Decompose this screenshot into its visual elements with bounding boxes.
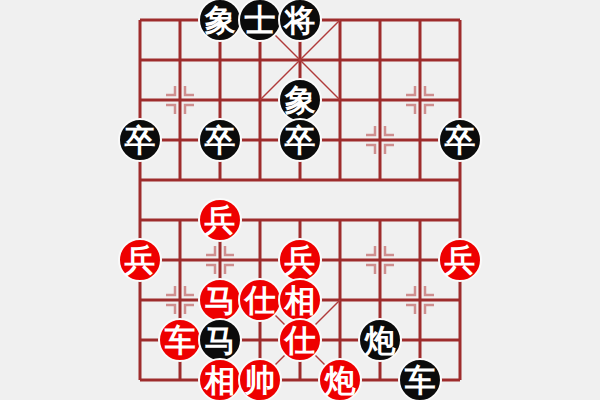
piece-red-elephant[interactable]: 相: [198, 358, 242, 400]
piece-black-pawn[interactable]: 卒: [118, 118, 162, 162]
piece-red-advisor[interactable]: 仕: [238, 278, 282, 322]
board-pieces: 象士将象卒卒卒卒兵兵兵兵马仕相车马仕炮相帅炮车: [0, 0, 600, 400]
piece-red-pawn[interactable]: 兵: [118, 238, 162, 282]
piece-black-pawn[interactable]: 卒: [198, 118, 242, 162]
piece-red-pawn[interactable]: 兵: [278, 238, 322, 282]
piece-black-advisor[interactable]: 士: [238, 0, 282, 42]
piece-black-cannon[interactable]: 炮: [358, 318, 402, 362]
piece-black-rook[interactable]: 车: [398, 358, 442, 400]
xiangqi-board: 象士将象卒卒卒卒兵兵兵兵马仕相车马仕炮相帅炮车: [0, 0, 600, 400]
piece-black-elephant[interactable]: 象: [278, 78, 322, 122]
piece-black-pawn[interactable]: 卒: [438, 118, 482, 162]
piece-red-pawn[interactable]: 兵: [438, 238, 482, 282]
piece-red-general[interactable]: 帅: [238, 358, 282, 400]
piece-black-general[interactable]: 将: [278, 0, 322, 42]
piece-black-horse[interactable]: 马: [198, 318, 242, 362]
piece-red-horse[interactable]: 马: [198, 278, 242, 322]
piece-black-pawn[interactable]: 卒: [278, 118, 322, 162]
piece-red-pawn[interactable]: 兵: [198, 198, 242, 242]
piece-black-elephant[interactable]: 象: [198, 0, 242, 42]
piece-red-elephant[interactable]: 相: [278, 278, 322, 322]
piece-red-cannon[interactable]: 炮: [318, 358, 362, 400]
piece-red-advisor[interactable]: 仕: [278, 318, 322, 362]
piece-red-rook[interactable]: 车: [158, 318, 202, 362]
